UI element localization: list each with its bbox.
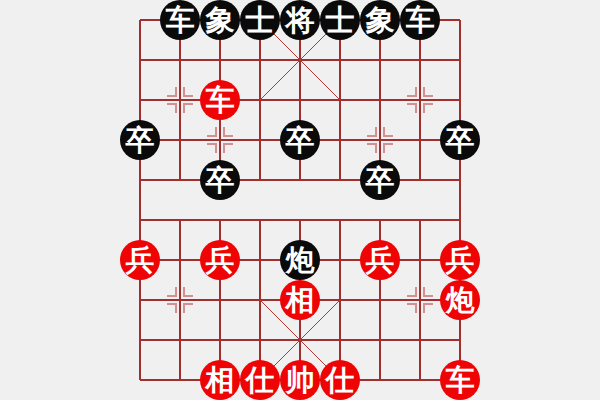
xiangqi-board[interactable]: 车象士将士象车卒卒卒卒卒炮车兵兵兵兵相炮相仕帅仕车 [0,0,600,400]
piece-red-advisor-left[interactable]: 仕 [240,360,280,400]
piece-black-soldier-e[interactable]: 卒 [280,120,320,160]
piece-red-chariot-bottom[interactable]: 车 [440,360,480,400]
piece-red-advisor-right[interactable]: 仕 [320,360,360,400]
piece-black-advisor-left[interactable]: 士 [240,0,280,40]
piece-red-soldier-c[interactable]: 兵 [200,240,240,280]
piece-red-chariot-advanced[interactable]: 车 [200,80,240,120]
piece-red-soldier-a[interactable]: 兵 [120,240,160,280]
piece-black-soldier-c[interactable]: 卒 [200,160,240,200]
piece-black-soldier-i[interactable]: 卒 [440,120,480,160]
piece-black-advisor-right[interactable]: 士 [320,0,360,40]
piece-black-general[interactable]: 将 [280,0,320,40]
piece-red-soldier-i[interactable]: 兵 [440,240,480,280]
piece-black-elephant-right[interactable]: 象 [360,0,400,40]
piece-red-cannon[interactable]: 炮 [440,280,480,320]
piece-black-elephant-left[interactable]: 象 [200,0,240,40]
piece-red-elephant-left[interactable]: 相 [200,360,240,400]
piece-red-soldier-g[interactable]: 兵 [360,240,400,280]
piece-black-chariot-left[interactable]: 车 [160,0,200,40]
piece-red-elephant-center[interactable]: 相 [280,280,320,320]
piece-black-soldier-a[interactable]: 卒 [120,120,160,160]
pieces-layer: 车象士将士象车卒卒卒卒卒炮车兵兵兵兵相炮相仕帅仕车 [0,0,600,400]
piece-black-chariot-right[interactable]: 车 [400,0,440,40]
piece-black-cannon[interactable]: 炮 [280,240,320,280]
piece-black-soldier-g[interactable]: 卒 [360,160,400,200]
piece-red-general[interactable]: 帅 [280,360,320,400]
